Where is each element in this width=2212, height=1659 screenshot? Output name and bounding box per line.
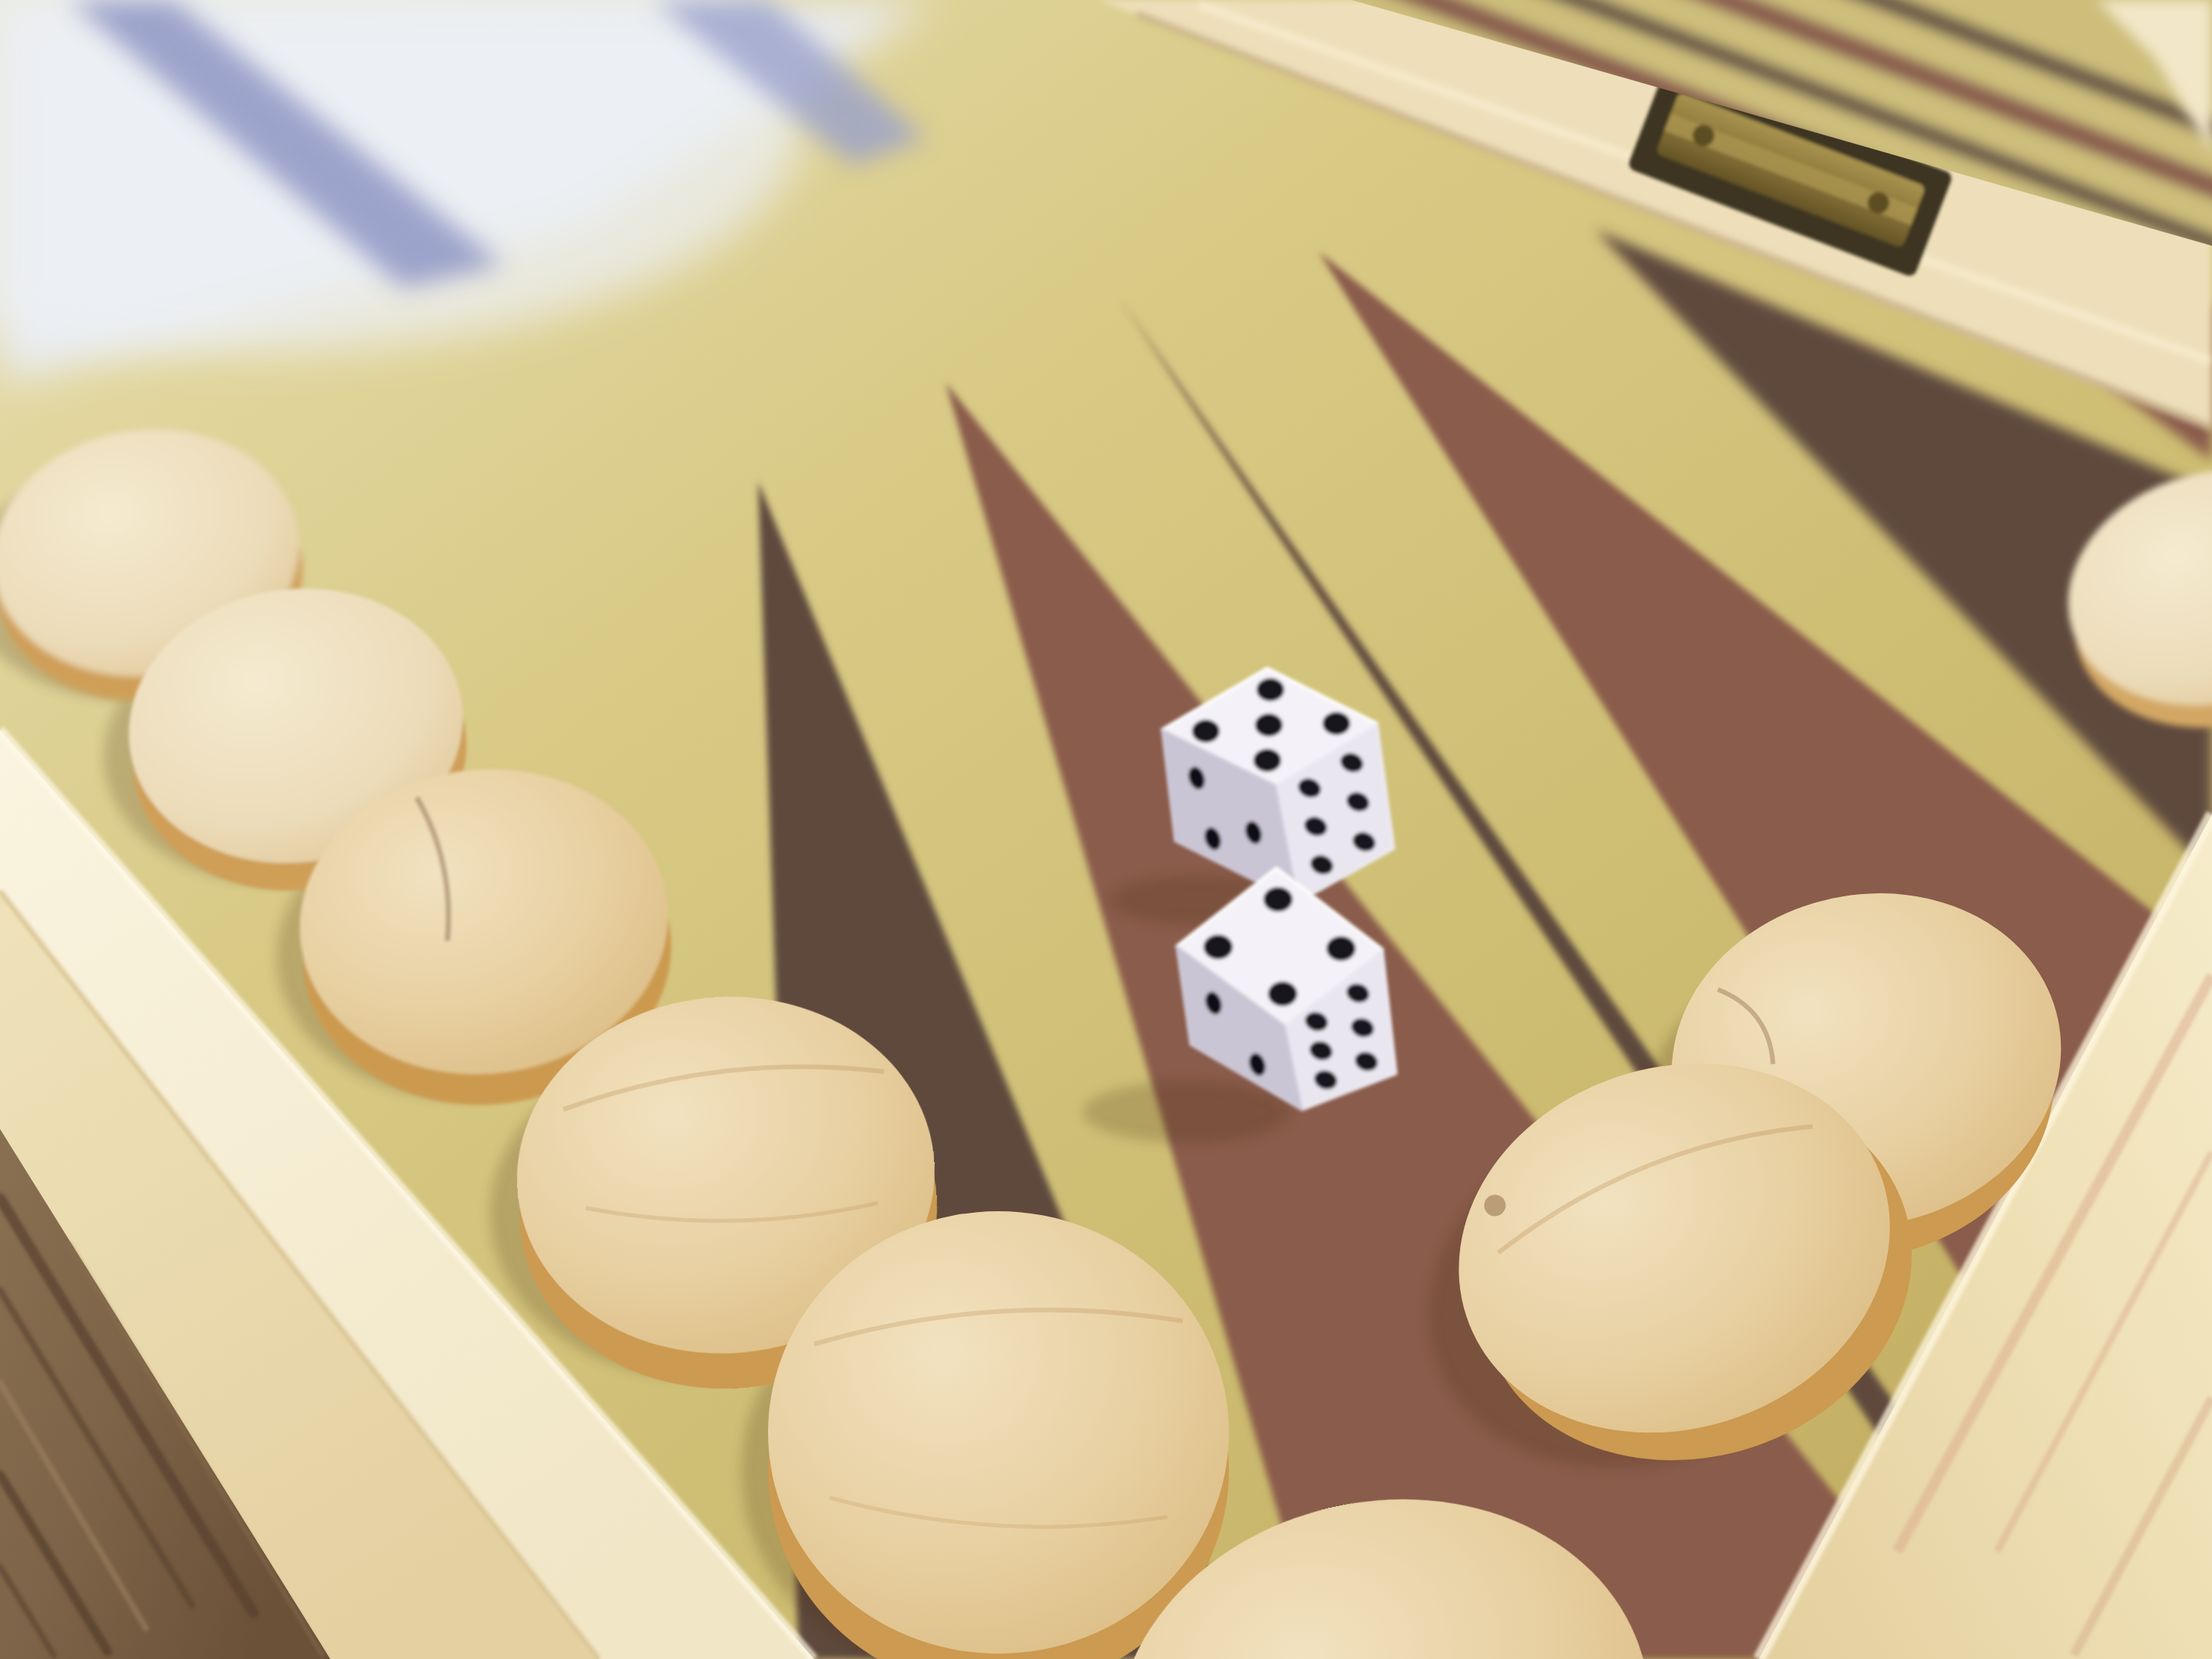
backgammon-photo: [0, 0, 2212, 1659]
checker-5[interactable]: [768, 1211, 1229, 1659]
